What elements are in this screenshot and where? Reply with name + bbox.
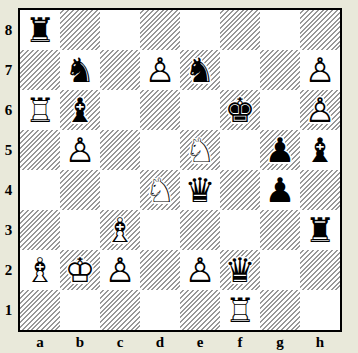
square-h3[interactable]: ♜♜	[300, 210, 340, 250]
file-label-e: e	[180, 333, 220, 352]
square-d5[interactable]	[140, 130, 180, 170]
square-h4[interactable]	[300, 170, 340, 210]
square-d8[interactable]	[140, 10, 180, 50]
white-rook-a6[interactable]: ♜♖	[20, 90, 60, 130]
square-b4[interactable]	[60, 170, 100, 210]
white-bishop-a2[interactable]: ♝♗	[20, 250, 60, 290]
square-f7[interactable]	[220, 50, 260, 90]
file-label-f: f	[220, 333, 260, 352]
piece-glyph: ♘	[180, 130, 220, 170]
piece-glyph: ♛	[180, 170, 220, 210]
square-d7[interactable]: ♟♙	[140, 50, 180, 90]
square-e2[interactable]: ♟♙	[180, 250, 220, 290]
square-d3[interactable]	[140, 210, 180, 250]
square-c2[interactable]: ♟♙	[100, 250, 140, 290]
black-rook-h3[interactable]: ♜♜	[300, 210, 340, 250]
white-rook-f1[interactable]: ♜♖	[220, 290, 260, 330]
rank-label-8: 8	[0, 10, 17, 50]
square-e1[interactable]	[180, 290, 220, 330]
white-pawn-h7[interactable]: ♟♙	[300, 50, 340, 90]
square-g8[interactable]	[260, 10, 300, 50]
square-d1[interactable]	[140, 290, 180, 330]
square-b2[interactable]: ♚♔	[60, 250, 100, 290]
square-a2[interactable]: ♝♗	[20, 250, 60, 290]
black-bishop-b6[interactable]: ♝♝	[60, 90, 100, 130]
rank-labels: 8 7 6 5 4 3 2 1	[0, 10, 17, 330]
square-b6[interactable]: ♝♝	[60, 90, 100, 130]
square-f8[interactable]	[220, 10, 260, 50]
white-knight-e5[interactable]: ♞♘	[180, 130, 220, 170]
rank-label-2: 2	[0, 250, 17, 290]
file-label-c: c	[100, 333, 140, 352]
square-g5[interactable]: ♟♟	[260, 130, 300, 170]
chess-board: ♜♜♞♞♟♙♞♞♟♙♜♖♝♝♚♚♟♙♟♙♞♘♟♟♝♝♞♘♛♛♟♟♝♗♜♜♝♗♚♔…	[18, 8, 342, 332]
square-a7[interactable]	[20, 50, 60, 90]
black-knight-e7[interactable]: ♞♞	[180, 50, 220, 90]
square-b8[interactable]	[60, 10, 100, 50]
file-label-h: h	[300, 333, 340, 352]
square-g4[interactable]: ♟♟	[260, 170, 300, 210]
piece-glyph: ♗	[100, 210, 140, 250]
square-e8[interactable]	[180, 10, 220, 50]
rank-label-4: 4	[0, 170, 17, 210]
black-bishop-h5[interactable]: ♝♝	[300, 130, 340, 170]
square-c3[interactable]: ♝♗	[100, 210, 140, 250]
square-b1[interactable]	[60, 290, 100, 330]
piece-glyph: ♜	[300, 210, 340, 250]
square-h7[interactable]: ♟♙	[300, 50, 340, 90]
white-bishop-c3[interactable]: ♝♗	[100, 210, 140, 250]
rank-label-5: 5	[0, 130, 17, 170]
square-f4[interactable]	[220, 170, 260, 210]
square-a4[interactable]	[20, 170, 60, 210]
square-a3[interactable]	[20, 210, 60, 250]
piece-glyph: ♙	[180, 250, 220, 290]
square-h1[interactable]	[300, 290, 340, 330]
square-f3[interactable]	[220, 210, 260, 250]
black-rook-a8[interactable]: ♜♜	[20, 10, 60, 50]
square-b3[interactable]	[60, 210, 100, 250]
square-a6[interactable]: ♜♖	[20, 90, 60, 130]
black-queen-e4[interactable]: ♛♛	[180, 170, 220, 210]
white-pawn-e2[interactable]: ♟♙	[180, 250, 220, 290]
square-e5[interactable]: ♞♘	[180, 130, 220, 170]
square-c4[interactable]	[100, 170, 140, 210]
square-g2[interactable]	[260, 250, 300, 290]
piece-glyph: ♙	[300, 50, 340, 90]
square-a8[interactable]: ♜♜	[20, 10, 60, 50]
chess-diagram: 8 7 6 5 4 3 2 1 ♜♜♞♞♟♙♞♞♟♙♜♖♝♝♚♚♟♙♟♙♞♘♟♟…	[0, 0, 358, 353]
square-c5[interactable]	[100, 130, 140, 170]
rank-label-1: 1	[0, 290, 17, 330]
square-g7[interactable]	[260, 50, 300, 90]
square-g6[interactable]	[260, 90, 300, 130]
rank-label-6: 6	[0, 90, 17, 130]
black-pawn-g5[interactable]: ♟♟	[260, 130, 300, 170]
square-d2[interactable]	[140, 250, 180, 290]
piece-glyph: ♙	[100, 250, 140, 290]
black-pawn-g4[interactable]: ♟♟	[260, 170, 300, 210]
square-a5[interactable]	[20, 130, 60, 170]
file-labels: a b c d e f g h	[20, 333, 340, 352]
piece-glyph: ♙	[140, 50, 180, 90]
square-g3[interactable]	[260, 210, 300, 250]
square-e3[interactable]	[180, 210, 220, 250]
piece-glyph: ♖	[220, 290, 260, 330]
black-knight-b7[interactable]: ♞♞	[60, 50, 100, 90]
square-e6[interactable]	[180, 90, 220, 130]
square-h2[interactable]	[300, 250, 340, 290]
white-pawn-h6[interactable]: ♟♙	[300, 90, 340, 130]
square-e7[interactable]: ♞♞	[180, 50, 220, 90]
square-f5[interactable]	[220, 130, 260, 170]
piece-glyph: ♝	[60, 90, 100, 130]
piece-glyph: ♗	[20, 250, 60, 290]
square-d6[interactable]	[140, 90, 180, 130]
square-d4[interactable]: ♞♘	[140, 170, 180, 210]
square-f2[interactable]: ♛♛	[220, 250, 260, 290]
piece-glyph: ♔	[60, 250, 100, 290]
black-queen-f2[interactable]: ♛♛	[220, 250, 260, 290]
piece-glyph: ♞	[180, 50, 220, 90]
square-h5[interactable]: ♝♝	[300, 130, 340, 170]
piece-glyph: ♘	[140, 170, 180, 210]
square-h8[interactable]	[300, 10, 340, 50]
square-c6[interactable]	[100, 90, 140, 130]
rank-label-7: 7	[0, 50, 17, 90]
rank-label-3: 3	[0, 210, 17, 250]
white-pawn-d7[interactable]: ♟♙	[140, 50, 180, 90]
square-b5[interactable]: ♟♙	[60, 130, 100, 170]
square-a1[interactable]	[20, 290, 60, 330]
square-h6[interactable]: ♟♙	[300, 90, 340, 130]
square-g1[interactable]	[260, 290, 300, 330]
square-c8[interactable]	[100, 10, 140, 50]
white-pawn-b5[interactable]: ♟♙	[60, 130, 100, 170]
square-e4[interactable]: ♛♛	[180, 170, 220, 210]
white-knight-d4[interactable]: ♞♘	[140, 170, 180, 210]
piece-glyph: ♜	[20, 10, 60, 50]
square-b7[interactable]: ♞♞	[60, 50, 100, 90]
piece-glyph: ♙	[300, 90, 340, 130]
piece-glyph: ♟	[260, 170, 300, 210]
black-king-f6[interactable]: ♚♚	[220, 90, 260, 130]
piece-glyph: ♙	[60, 130, 100, 170]
piece-glyph: ♞	[60, 50, 100, 90]
piece-glyph: ♚	[220, 90, 260, 130]
file-label-a: a	[20, 333, 60, 352]
piece-glyph: ♛	[220, 250, 260, 290]
piece-glyph: ♟	[260, 130, 300, 170]
piece-glyph: ♖	[20, 90, 60, 130]
white-king-b2[interactable]: ♚♔	[60, 250, 100, 290]
square-f6[interactable]: ♚♚	[220, 90, 260, 130]
square-c1[interactable]	[100, 290, 140, 330]
file-label-d: d	[140, 333, 180, 352]
piece-glyph: ♝	[300, 130, 340, 170]
square-c7[interactable]	[100, 50, 140, 90]
file-label-g: g	[260, 333, 300, 352]
square-f1[interactable]: ♜♖	[220, 290, 260, 330]
file-label-b: b	[60, 333, 100, 352]
white-pawn-c2[interactable]: ♟♙	[100, 250, 140, 290]
